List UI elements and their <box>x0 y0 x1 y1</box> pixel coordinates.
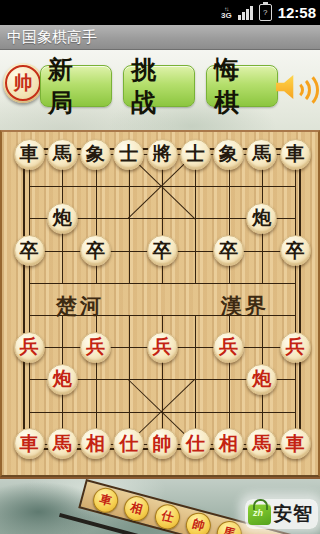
board-piece-black[interactable]: 卒 <box>147 235 178 266</box>
network-type-label: 3G <box>221 12 232 20</box>
board-piece-black[interactable]: 象 <box>213 139 244 170</box>
board-piece-red[interactable]: 相 <box>80 428 111 459</box>
decor-mini-piece: 帥 <box>183 509 214 534</box>
app-screen: ↑↓ 3G ? 12:58 中国象棋高手 帅 新局 挑战 悔棋 楚河 漢界 <box>0 0 320 534</box>
battery-unknown-label: ? <box>263 8 267 17</box>
board-piece-black[interactable]: 卒 <box>280 235 311 266</box>
challenge-button[interactable]: 挑战 <box>123 65 195 107</box>
board-piece-black[interactable]: 炮 <box>246 203 277 234</box>
board-piece-black[interactable]: 象 <box>80 139 111 170</box>
board-piece-red[interactable]: 仕 <box>180 428 211 459</box>
sound-toggle-button[interactable] <box>276 70 316 104</box>
board-piece-black[interactable]: 卒 <box>80 235 111 266</box>
board-piece-black[interactable]: 士 <box>180 139 211 170</box>
decor-mini-piece: 相 <box>121 493 152 524</box>
red-general-piece-icon: 帅 <box>3 63 43 103</box>
board-piece-black[interactable]: 炮 <box>47 203 78 234</box>
board-piece-red[interactable]: 帥 <box>147 428 178 459</box>
board-piece-red[interactable]: 兵 <box>213 332 244 363</box>
board-piece-red[interactable]: 仕 <box>113 428 144 459</box>
board-piece-black[interactable]: 馬 <box>246 139 277 170</box>
board-piece-red[interactable]: 兵 <box>147 332 178 363</box>
status-clock: 12:58 <box>278 4 316 21</box>
network-3g-icon: ↑↓ 3G <box>221 6 232 20</box>
decor-mini-piece: 仕 <box>152 501 183 532</box>
board-piece-red[interactable]: 馬 <box>47 428 78 459</box>
board-piece-red[interactable]: 炮 <box>246 364 277 395</box>
anzhi-label: 安智 <box>273 501 313 527</box>
board-piece-black[interactable]: 車 <box>14 139 45 170</box>
red-general-glyph: 帅 <box>5 65 41 101</box>
river-label-left: 楚河 <box>56 294 104 318</box>
signal-strength-icon <box>238 5 253 20</box>
board-piece-red[interactable]: 相 <box>213 428 244 459</box>
board-piece-black[interactable]: 卒 <box>213 235 244 266</box>
board-piece-red[interactable]: 車 <box>280 428 311 459</box>
board-piece-red[interactable]: 兵 <box>80 332 111 363</box>
battery-icon: ? <box>259 4 272 21</box>
xiangqi-board[interactable]: 楚河 漢界 車馬象士將士象馬車炮炮卒卒卒卒卒兵兵兵兵兵炮炮車馬相仕帥仕相馬車 <box>0 130 320 477</box>
decor-mini-piece: 車 <box>90 485 121 516</box>
river-label-right: 漢界 <box>221 294 269 318</box>
board-piece-black[interactable]: 士 <box>113 139 144 170</box>
board-piece-red[interactable]: 兵 <box>280 332 311 363</box>
board-piece-red[interactable]: 兵 <box>14 332 45 363</box>
status-bar: ↑↓ 3G ? 12:58 <box>0 0 320 25</box>
app-title: 中国象棋高手 <box>7 28 97 47</box>
title-bar: 中国象棋高手 <box>0 25 320 50</box>
board-piece-black[interactable]: 將 <box>147 139 178 170</box>
board-piece-red[interactable]: 馬 <box>246 428 277 459</box>
board-piece-red[interactable]: 炮 <box>47 364 78 395</box>
board-piece-red[interactable]: 車 <box>14 428 45 459</box>
toolbar: 帅 新局 挑战 悔棋 <box>0 50 320 130</box>
decor-mini-piece: 馬 <box>214 518 245 534</box>
board-piece-black[interactable]: 馬 <box>47 139 78 170</box>
board-piece-black[interactable]: 車 <box>280 139 311 170</box>
board-piece-black[interactable]: 卒 <box>14 235 45 266</box>
footer-banner: 車相仕帥馬 安智 <box>0 477 320 534</box>
new-game-button[interactable]: 新局 <box>40 65 112 107</box>
undo-move-button[interactable]: 悔棋 <box>206 65 278 107</box>
anzhi-bag-icon <box>248 504 271 525</box>
anzhi-watermark: 安智 <box>245 499 318 529</box>
